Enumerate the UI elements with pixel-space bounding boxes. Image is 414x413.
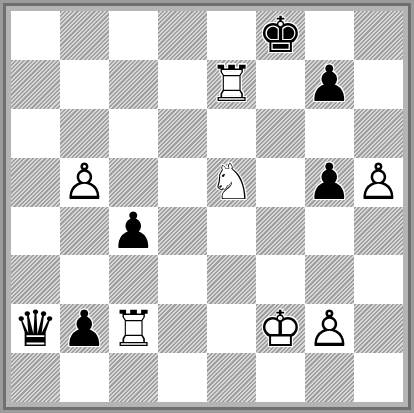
piece-white-knight: ♞♘ — [207, 158, 256, 207]
square-c8[interactable] — [109, 11, 158, 60]
square-c7[interactable] — [109, 60, 158, 109]
square-h4[interactable] — [354, 207, 403, 256]
square-g2[interactable]: ♟♙ — [305, 304, 354, 353]
square-e6[interactable] — [207, 109, 256, 158]
piece-black-pawn: ♟ — [305, 60, 354, 109]
square-c1[interactable] — [109, 353, 158, 402]
square-c4[interactable]: ♟ — [109, 207, 158, 256]
square-h5[interactable]: ♟♙ — [354, 158, 403, 207]
square-f1[interactable] — [256, 353, 305, 402]
square-c5[interactable] — [109, 158, 158, 207]
square-d8[interactable] — [158, 11, 207, 60]
square-a5[interactable] — [11, 158, 60, 207]
piece-black-king: ♚ — [256, 11, 305, 60]
square-h6[interactable] — [354, 109, 403, 158]
square-e1[interactable] — [207, 353, 256, 402]
square-h1[interactable] — [354, 353, 403, 402]
square-f8[interactable]: ♚ — [256, 11, 305, 60]
square-a2[interactable]: ♛ — [11, 304, 60, 353]
square-c3[interactable] — [109, 255, 158, 304]
piece-white-pawn: ♟♙ — [354, 158, 403, 207]
square-e3[interactable] — [207, 255, 256, 304]
square-g1[interactable] — [305, 353, 354, 402]
square-g6[interactable] — [305, 109, 354, 158]
square-f7[interactable] — [256, 60, 305, 109]
piece-white-pawn: ♟♙ — [60, 158, 109, 207]
square-d5[interactable] — [158, 158, 207, 207]
square-d2[interactable] — [158, 304, 207, 353]
square-g4[interactable] — [305, 207, 354, 256]
board-frame: ♚♜♖♟♟♙♞♘♟♟♙♟♛♟♜♖♚♔♟♙ — [0, 0, 414, 413]
piece-black-pawn: ♟ — [305, 158, 354, 207]
square-c6[interactable] — [109, 109, 158, 158]
chess-board: ♚♜♖♟♟♙♞♘♟♟♙♟♛♟♜♖♚♔♟♙ — [11, 11, 403, 402]
square-f6[interactable] — [256, 109, 305, 158]
square-e8[interactable] — [207, 11, 256, 60]
square-a8[interactable] — [11, 11, 60, 60]
piece-black-queen: ♛ — [11, 304, 60, 353]
square-e2[interactable] — [207, 304, 256, 353]
square-h2[interactable] — [354, 304, 403, 353]
square-a3[interactable] — [11, 255, 60, 304]
piece-white-rook: ♜♖ — [109, 304, 158, 353]
square-g5[interactable]: ♟ — [305, 158, 354, 207]
square-f3[interactable] — [256, 255, 305, 304]
square-g7[interactable]: ♟ — [305, 60, 354, 109]
square-a6[interactable] — [11, 109, 60, 158]
square-a7[interactable] — [11, 60, 60, 109]
square-a1[interactable] — [11, 353, 60, 402]
square-d7[interactable] — [158, 60, 207, 109]
square-g3[interactable] — [305, 255, 354, 304]
piece-white-rook: ♜♖ — [207, 60, 256, 109]
square-h7[interactable] — [354, 60, 403, 109]
piece-white-king: ♚♔ — [256, 304, 305, 353]
square-e5[interactable]: ♞♘ — [207, 158, 256, 207]
piece-black-pawn: ♟ — [60, 304, 109, 353]
square-d6[interactable] — [158, 109, 207, 158]
square-e7[interactable]: ♜♖ — [207, 60, 256, 109]
square-a4[interactable] — [11, 207, 60, 256]
square-b8[interactable] — [60, 11, 109, 60]
square-b4[interactable] — [60, 207, 109, 256]
square-d3[interactable] — [158, 255, 207, 304]
square-b1[interactable] — [60, 353, 109, 402]
square-b6[interactable] — [60, 109, 109, 158]
square-f5[interactable] — [256, 158, 305, 207]
square-b2[interactable]: ♟ — [60, 304, 109, 353]
piece-white-pawn: ♟♙ — [305, 304, 354, 353]
square-e4[interactable] — [207, 207, 256, 256]
square-b3[interactable] — [60, 255, 109, 304]
square-g8[interactable] — [305, 11, 354, 60]
square-d4[interactable] — [158, 207, 207, 256]
square-c2[interactable]: ♜♖ — [109, 304, 158, 353]
square-h3[interactable] — [354, 255, 403, 304]
square-h8[interactable] — [354, 11, 403, 60]
square-b5[interactable]: ♟♙ — [60, 158, 109, 207]
piece-black-pawn: ♟ — [109, 207, 158, 256]
square-f4[interactable] — [256, 207, 305, 256]
square-d1[interactable] — [158, 353, 207, 402]
square-b7[interactable] — [60, 60, 109, 109]
square-f2[interactable]: ♚♔ — [256, 304, 305, 353]
